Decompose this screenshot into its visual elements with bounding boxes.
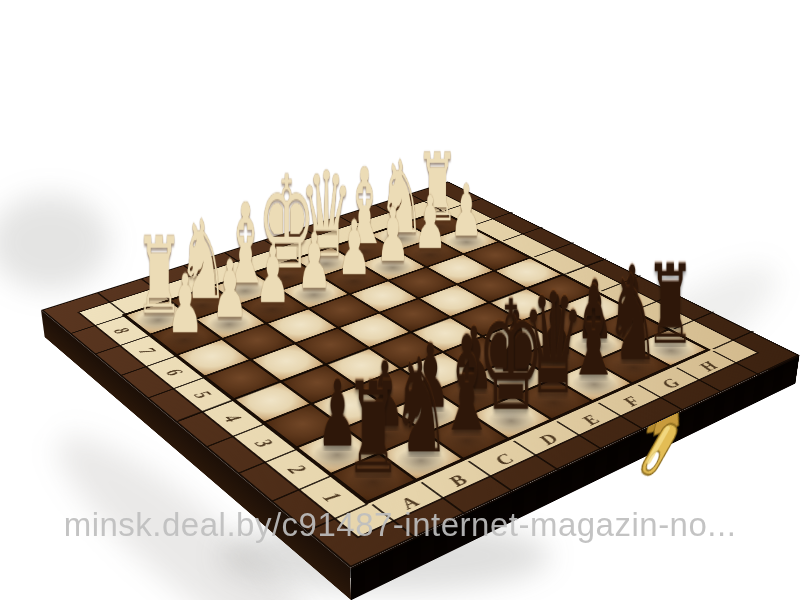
- rank-label-4: 4: [198, 402, 266, 436]
- piece-white-p-a7[interactable]: ♟: [140, 141, 231, 337]
- square-a6[interactable]: [178, 340, 248, 375]
- rank-label-6: 6: [141, 357, 206, 388]
- file-label-H: H: [677, 352, 740, 383]
- piece-black-r-a1[interactable]: ♜: [320, 248, 426, 477]
- file-label-G: G: [639, 368, 703, 400]
- rim-groove: [513, 441, 560, 472]
- rim-groove: [468, 461, 515, 493]
- file-label-F: F: [599, 385, 665, 418]
- rim-groove: [239, 449, 297, 474]
- rim-groove: [598, 402, 646, 430]
- rank-label-5: 5: [169, 379, 236, 412]
- rim-groove: [96, 335, 150, 354]
- photo-stage: 8A7B6C5D4E3F2G1H ♜♞♝♚♛♝♞♜♟♟♟♟♟♟♟♟♟♟♟♟♟♟♟…: [0, 0, 800, 600]
- rim-groove: [676, 367, 724, 393]
- rim-groove: [712, 331, 754, 350]
- square-a5[interactable]: [206, 361, 278, 398]
- rim-groove: [638, 385, 686, 412]
- file-label-D: D: [515, 422, 584, 458]
- rim-groove: [272, 475, 331, 501]
- rim-groove: [207, 424, 265, 447]
- rim-groove: [713, 351, 761, 376]
- file-label-B: B: [422, 462, 494, 501]
- rim-groove: [177, 400, 234, 422]
- rim-groove: [556, 421, 604, 450]
- file-label-C: C: [469, 441, 539, 478]
- file-label-E: E: [558, 403, 625, 437]
- watermark-text: minsk.deal.by/c91487-internet-magazin-no…: [0, 506, 800, 544]
- rank-label-7: 7: [115, 337, 179, 366]
- rim-groove: [121, 356, 176, 376]
- rim-groove: [148, 377, 204, 398]
